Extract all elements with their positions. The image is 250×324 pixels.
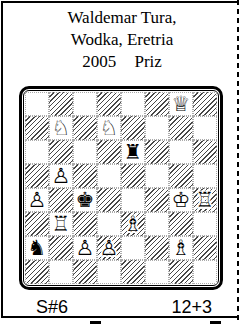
- square-h4: ♖: [193, 188, 217, 212]
- author-line: Waldemar Tura,: [6, 7, 238, 29]
- square-f6: [145, 140, 169, 164]
- white-knight: ♘: [100, 116, 119, 140]
- square-h6: [193, 140, 217, 164]
- square-g4: ♔: [169, 188, 193, 212]
- square-c6: [73, 140, 97, 164]
- square-f2: [145, 236, 169, 260]
- square-e2: [121, 236, 145, 260]
- white-pawn: ♙: [100, 236, 119, 260]
- piece-count-label: 12+3: [171, 296, 212, 318]
- square-e1: [121, 260, 145, 284]
- square-g3: [169, 212, 193, 236]
- white-bishop: ♗: [124, 212, 143, 236]
- year-award-line: 2005 Priz: [6, 51, 238, 73]
- square-d5: [97, 164, 121, 188]
- chess-board-inner-frame: ♕♘♘♜♙♙♚♔♖♖♗♞♙♙♗: [23, 90, 219, 286]
- square-h7: [193, 116, 217, 140]
- black-rook: ♜: [124, 140, 143, 164]
- white-bishop: ♗: [172, 236, 191, 260]
- square-c3: [73, 212, 97, 236]
- square-e8: [121, 92, 145, 116]
- problem-card: Waldemar Tura, Wodka, Eretria 2005 Priz …: [1, 1, 237, 318]
- square-b2: [49, 236, 73, 260]
- square-f1: [145, 260, 169, 284]
- square-e4: [121, 188, 145, 212]
- white-queen: ♕: [172, 92, 191, 116]
- problem-header: Waldemar Tura, Wodka, Eretria 2005 Priz: [6, 7, 238, 73]
- square-a2: ♞: [25, 236, 49, 260]
- square-d1: [97, 260, 121, 284]
- square-h5: [193, 164, 217, 188]
- square-g2: ♗: [169, 236, 193, 260]
- square-a3: [25, 212, 49, 236]
- stipulation-label: S#6: [36, 296, 68, 318]
- square-c7: [73, 116, 97, 140]
- square-d4: [97, 188, 121, 212]
- white-rook: ♖: [196, 188, 215, 212]
- chess-board: ♕♘♘♜♙♙♚♔♖♖♗♞♙♙♗: [25, 92, 217, 284]
- square-b1: [49, 260, 73, 284]
- square-b8: [49, 92, 73, 116]
- square-a8: [25, 92, 49, 116]
- award-label: Priz: [134, 51, 161, 73]
- source-line: Wodka, Eretria: [6, 29, 238, 51]
- square-c8: [73, 92, 97, 116]
- square-b7: ♘: [49, 116, 73, 140]
- square-f3: [145, 212, 169, 236]
- square-d2: ♙: [97, 236, 121, 260]
- problem-card-page: Waldemar Tura, Wodka, Eretria 2005 Priz …: [0, 0, 250, 324]
- year-label: 2005: [82, 51, 116, 73]
- square-d6: [97, 140, 121, 164]
- square-c4: ♚: [73, 188, 97, 212]
- square-e5: [121, 164, 145, 188]
- square-a1: [25, 260, 49, 284]
- white-rook: ♖: [52, 212, 71, 236]
- square-g1: [169, 260, 193, 284]
- square-d8: [97, 92, 121, 116]
- black-king: ♚: [76, 188, 95, 212]
- caption-row: S#6 12+3: [6, 296, 238, 318]
- square-e7: [121, 116, 145, 140]
- square-d7: ♘: [97, 116, 121, 140]
- black-knight: ♞: [28, 236, 47, 260]
- white-knight: ♘: [52, 116, 71, 140]
- square-a7: [25, 116, 49, 140]
- square-a4: ♙: [25, 188, 49, 212]
- square-d3: [97, 212, 121, 236]
- square-f8: [145, 92, 169, 116]
- square-e3: ♗: [121, 212, 145, 236]
- square-b3: ♖: [49, 212, 73, 236]
- square-h2: [193, 236, 217, 260]
- square-a5: [25, 164, 49, 188]
- square-b4: [49, 188, 73, 212]
- square-b6: [49, 140, 73, 164]
- square-a6: [25, 140, 49, 164]
- white-king: ♔: [172, 188, 191, 212]
- square-f7: [145, 116, 169, 140]
- square-h1: [193, 260, 217, 284]
- square-g6: [169, 140, 193, 164]
- square-g5: [169, 164, 193, 188]
- square-f5: [145, 164, 169, 188]
- white-pawn: ♙: [28, 188, 47, 212]
- dashed-cut-line-vertical: [237, 0, 239, 324]
- square-b5: ♙: [49, 164, 73, 188]
- white-pawn: ♙: [52, 164, 71, 188]
- square-e6: ♜: [121, 140, 145, 164]
- square-g7: [169, 116, 193, 140]
- square-c5: [73, 164, 97, 188]
- white-pawn: ♙: [76, 236, 95, 260]
- chess-board-frame: ♕♘♘♜♙♙♚♔♖♖♗♞♙♙♗: [19, 86, 223, 290]
- square-c2: ♙: [73, 236, 97, 260]
- square-h3: [193, 212, 217, 236]
- square-h8: [193, 92, 217, 116]
- square-f4: [145, 188, 169, 212]
- square-g8: ♕: [169, 92, 193, 116]
- square-c1: [73, 260, 97, 284]
